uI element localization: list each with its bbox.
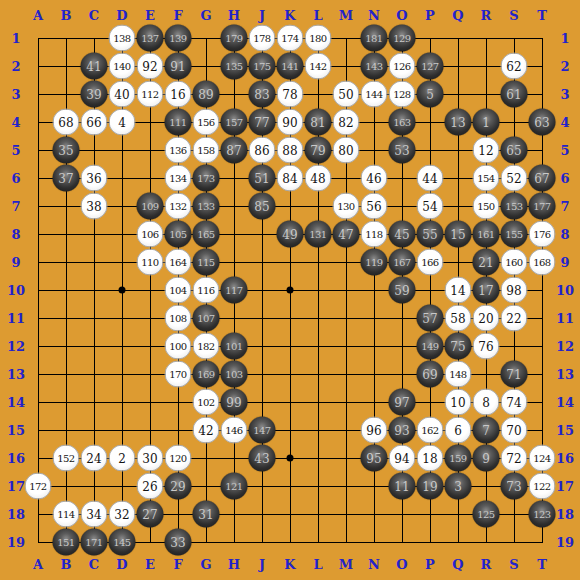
stone-number: 163	[393, 117, 410, 127]
coord-label-col-bottom-M: M	[339, 557, 353, 572]
stone-white-58-Q11: 58	[445, 305, 472, 332]
stone-number: 170	[169, 369, 186, 379]
stone-number: 3	[454, 480, 462, 492]
stone-number: 11	[394, 480, 409, 492]
stone-number: 19	[422, 480, 437, 492]
coord-label-row-right-12: 12	[556, 339, 574, 354]
stone-black-159-Q16: 159	[445, 445, 472, 472]
stone-black-155-S8: 155	[501, 221, 528, 248]
stone-number: 48	[310, 172, 325, 184]
stone-white-154-R6: 154	[473, 165, 500, 192]
stone-white-72-S16: 72	[501, 445, 528, 472]
stone-number: 111	[169, 117, 186, 127]
stone-number: 43	[254, 452, 269, 464]
stone-white-110-E9: 110	[137, 249, 164, 276]
coord-label-row-left-6: 6	[11, 171, 20, 186]
stone-number: 133	[197, 201, 214, 211]
stone-black-1-R4: 1	[473, 109, 500, 136]
stone-black-59-O10: 59	[389, 277, 416, 304]
stone-number: 16	[170, 88, 185, 100]
stone-black-19-P17: 19	[417, 473, 444, 500]
stone-number: 67	[534, 172, 549, 184]
stone-black-67-T6: 67	[529, 165, 556, 192]
stone-white-132-F7: 132	[165, 193, 192, 220]
stone-number: 135	[225, 61, 242, 71]
stone-number: 22	[506, 312, 521, 324]
hoshi-point-D10	[119, 287, 126, 294]
stone-number: 93	[394, 424, 409, 436]
stone-number: 75	[450, 340, 465, 352]
stone-white-20-R11: 20	[473, 305, 500, 332]
stone-number: 50	[338, 88, 353, 100]
stone-number: 12	[478, 144, 493, 156]
coord-label-col-bottom-A: A	[33, 557, 43, 572]
stone-number: 1	[482, 116, 490, 128]
coord-label-row-right-16: 16	[556, 451, 574, 466]
stone-number: 10	[450, 396, 465, 408]
stone-white-174-K1: 174	[277, 25, 304, 52]
stone-white-40-D3: 40	[109, 81, 136, 108]
coord-label-row-right-17: 17	[556, 479, 574, 494]
stone-number: 91	[170, 60, 185, 72]
stone-number: 79	[310, 144, 325, 156]
stone-number: 132	[169, 201, 186, 211]
stone-white-108-F11: 108	[165, 305, 192, 332]
stone-number: 164	[169, 257, 186, 267]
coord-label-col-top-C: C	[89, 8, 99, 23]
stone-black-115-G9: 115	[193, 249, 220, 276]
stone-number: 4	[118, 116, 126, 128]
stone-white-2-D16: 2	[109, 445, 136, 472]
stone-white-82-M4: 82	[333, 109, 360, 136]
stone-white-86-J5: 86	[249, 137, 276, 164]
coord-label-row-left-15: 15	[7, 423, 25, 438]
coord-label-row-right-14: 14	[556, 395, 574, 410]
stone-white-150-R7: 150	[473, 193, 500, 220]
stone-number: 156	[197, 117, 214, 127]
stone-number: 13	[450, 116, 465, 128]
stone-black-57-P11: 57	[417, 305, 444, 332]
coord-label-col-bottom-N: N	[368, 557, 380, 572]
stone-black-29-F17: 29	[165, 473, 192, 500]
stone-number: 157	[225, 117, 242, 127]
stone-black-53-O5: 53	[389, 137, 416, 164]
stone-black-11-O17: 11	[389, 473, 416, 500]
stone-black-111-F4: 111	[165, 109, 192, 136]
stone-black-31-G18: 31	[193, 501, 220, 528]
stone-white-80-M5: 80	[333, 137, 360, 164]
stone-number: 36	[86, 172, 101, 184]
stone-white-34-C18: 34	[81, 501, 108, 528]
stone-number: 61	[506, 88, 521, 100]
stone-number: 47	[338, 228, 353, 240]
coord-label-row-right-9: 9	[560, 255, 569, 270]
stone-black-71-S13: 71	[501, 361, 528, 388]
stone-white-138-D1: 138	[109, 25, 136, 52]
stone-black-55-P8: 55	[417, 221, 444, 248]
stone-black-15-Q8: 15	[445, 221, 472, 248]
stone-black-33-F19: 33	[165, 529, 192, 556]
stone-number: 30	[142, 452, 157, 464]
stone-white-48-L6: 48	[305, 165, 332, 192]
stone-white-182-G12: 182	[193, 333, 220, 360]
stone-number: 5	[426, 88, 434, 100]
coord-label-row-left-9: 9	[11, 255, 20, 270]
stone-number: 112	[141, 89, 158, 99]
stone-black-75-Q12: 75	[445, 333, 472, 360]
stone-black-83-J3: 83	[249, 81, 276, 108]
coord-label-col-bottom-P: P	[425, 557, 435, 572]
coord-label-row-left-12: 12	[7, 339, 25, 354]
stone-white-156-G4: 156	[193, 109, 220, 136]
stone-number: 177	[533, 201, 550, 211]
stone-white-8-R14: 8	[473, 389, 500, 416]
stone-white-92-E2: 92	[137, 53, 164, 80]
stone-white-146-H15: 146	[221, 417, 248, 444]
stone-number: 125	[477, 509, 494, 519]
hoshi-point-K16	[287, 455, 294, 462]
stone-black-41-C2: 41	[81, 53, 108, 80]
stone-black-127-P2: 127	[417, 53, 444, 80]
stone-number: 44	[422, 172, 437, 184]
stone-number: 108	[169, 313, 186, 323]
coord-label-col-bottom-K: K	[284, 557, 295, 572]
stone-black-157-H4: 157	[221, 109, 248, 136]
stone-number: 149	[421, 341, 438, 351]
stone-black-39-C3: 39	[81, 81, 108, 108]
coord-label-col-bottom-H: H	[228, 557, 240, 572]
stone-number: 82	[338, 116, 353, 128]
stone-white-26-E17: 26	[137, 473, 164, 500]
stone-number: 173	[197, 173, 214, 183]
stone-number: 6	[454, 424, 462, 436]
stone-black-95-N16: 95	[361, 445, 388, 472]
stone-black-69-P13: 69	[417, 361, 444, 388]
stone-number: 55	[422, 228, 437, 240]
stone-number: 63	[534, 116, 549, 128]
stone-black-17-R10: 17	[473, 277, 500, 304]
stone-number: 26	[142, 480, 157, 492]
stone-number: 110	[141, 257, 158, 267]
coord-label-row-left-7: 7	[11, 199, 20, 214]
stone-number: 31	[198, 508, 213, 520]
stone-white-180-L1: 180	[305, 25, 332, 52]
stone-black-161-R8: 161	[473, 221, 500, 248]
stone-black-51-J6: 51	[249, 165, 276, 192]
stone-number: 89	[198, 88, 213, 100]
stone-white-38-C7: 38	[81, 193, 108, 220]
stone-number: 122	[533, 481, 550, 491]
stone-white-116-G10: 116	[193, 277, 220, 304]
stone-number: 126	[393, 61, 410, 71]
stone-black-81-L4: 81	[305, 109, 332, 136]
coord-label-col-top-K: K	[284, 8, 295, 23]
stone-number: 96	[366, 424, 381, 436]
stone-number: 77	[254, 116, 269, 128]
stone-number: 174	[281, 33, 298, 43]
coord-label-col-top-D: D	[116, 8, 127, 23]
stone-black-91-F2: 91	[165, 53, 192, 80]
stone-white-78-K3: 78	[277, 81, 304, 108]
coord-label-row-left-2: 2	[11, 59, 20, 74]
stone-white-168-T9: 168	[529, 249, 556, 276]
stone-white-30-E16: 30	[137, 445, 164, 472]
stone-number: 159	[449, 453, 466, 463]
coord-label-row-right-13: 13	[556, 367, 574, 382]
stone-black-7-R15: 7	[473, 417, 500, 444]
stone-number: 176	[533, 229, 550, 239]
stone-white-22-S11: 22	[501, 305, 528, 332]
stone-number: 161	[477, 229, 494, 239]
stone-white-62-S2: 62	[501, 53, 528, 80]
stone-number: 70	[506, 424, 521, 436]
stone-number: 52	[506, 172, 521, 184]
stone-black-61-S3: 61	[501, 81, 528, 108]
stone-white-24-C16: 24	[81, 445, 108, 472]
stone-black-151-B19: 151	[53, 529, 80, 556]
coord-label-row-left-4: 4	[11, 115, 20, 130]
stone-black-139-F1: 139	[165, 25, 192, 52]
coord-label-row-right-18: 18	[556, 507, 574, 522]
stone-black-153-S7: 153	[501, 193, 528, 220]
stone-number: 38	[86, 200, 101, 212]
stone-number: 155	[505, 229, 522, 239]
stone-black-123-T18: 123	[529, 501, 556, 528]
stone-number: 100	[169, 341, 186, 351]
stone-black-107-G11: 107	[193, 305, 220, 332]
stone-number: 141	[281, 61, 298, 71]
stone-white-88-K5: 88	[277, 137, 304, 164]
stone-number: 119	[365, 257, 382, 267]
stone-white-124-T16: 124	[529, 445, 556, 472]
stone-white-118-N8: 118	[361, 221, 388, 248]
coord-label-col-bottom-Q: Q	[452, 557, 463, 572]
stone-number: 99	[226, 396, 241, 408]
stone-number: 178	[253, 33, 270, 43]
stone-white-56-N7: 56	[361, 193, 388, 220]
coord-label-col-bottom-E: E	[145, 557, 155, 572]
coord-label-row-right-4: 4	[560, 115, 569, 130]
stone-white-178-J1: 178	[249, 25, 276, 52]
stone-black-175-J2: 175	[249, 53, 276, 80]
stone-number: 169	[197, 369, 214, 379]
stone-black-73-S17: 73	[501, 473, 528, 500]
stone-black-109-E7: 109	[137, 193, 164, 220]
stone-white-68-B4: 68	[53, 109, 80, 136]
stone-number: 34	[86, 508, 101, 520]
stone-number: 129	[393, 33, 410, 43]
stone-white-100-F12: 100	[165, 333, 192, 360]
stone-black-65-S5: 65	[501, 137, 528, 164]
stone-white-90-K4: 90	[277, 109, 304, 136]
coord-label-col-top-E: E	[145, 8, 155, 23]
coord-label-row-left-19: 19	[7, 535, 25, 550]
stone-number: 137	[141, 33, 158, 43]
stone-number: 180	[309, 33, 326, 43]
stone-number: 167	[393, 257, 410, 267]
stone-white-66-C4: 66	[81, 109, 108, 136]
stone-number: 95	[366, 452, 381, 464]
coord-label-col-bottom-L: L	[313, 557, 322, 572]
coord-label-row-left-3: 3	[11, 87, 20, 102]
stone-number: 134	[169, 173, 186, 183]
stone-number: 166	[421, 257, 438, 267]
stone-number: 114	[57, 509, 74, 519]
stone-black-145-D19: 145	[109, 529, 136, 556]
coord-label-row-right-7: 7	[560, 199, 569, 214]
stone-white-134-F6: 134	[165, 165, 192, 192]
coord-label-row-left-13: 13	[7, 367, 25, 382]
stone-number: 21	[478, 256, 493, 268]
stone-black-173-G6: 173	[193, 165, 220, 192]
stone-number: 57	[422, 312, 437, 324]
stone-number: 42	[198, 424, 213, 436]
stone-black-63-T4: 63	[529, 109, 556, 136]
stone-number: 54	[422, 200, 437, 212]
stone-white-158-G5: 158	[193, 137, 220, 164]
stone-black-179-H1: 179	[221, 25, 248, 52]
stone-white-162-P15: 162	[417, 417, 444, 444]
stone-number: 32	[114, 508, 129, 520]
coord-label-row-left-8: 8	[11, 227, 20, 242]
coord-label-col-bottom-B: B	[61, 557, 72, 572]
go-board[interactable]: AABBCCDDEEFFGGHHJJKKLLMMNNOOPPQQRRSSTT11…	[0, 0, 580, 580]
stone-number: 117	[225, 285, 242, 295]
coord-label-col-top-N: N	[368, 8, 380, 23]
stone-black-119-N9: 119	[361, 249, 388, 276]
stone-white-10-Q14: 10	[445, 389, 472, 416]
coord-label-col-bottom-G: G	[200, 557, 211, 572]
stone-white-42-G15: 42	[193, 417, 220, 444]
coord-label-row-left-11: 11	[7, 311, 25, 326]
coord-label-col-top-L: L	[313, 8, 322, 23]
stone-number: 71	[506, 368, 521, 380]
stone-number: 98	[506, 284, 521, 296]
coord-label-col-top-B: B	[61, 8, 72, 23]
stone-number: 105	[169, 229, 186, 239]
stone-number: 39	[86, 88, 101, 100]
stone-number: 168	[533, 257, 550, 267]
stone-white-166-P9: 166	[417, 249, 444, 276]
stone-number: 116	[197, 285, 214, 295]
coord-label-row-left-10: 10	[7, 283, 25, 298]
stone-number: 158	[197, 145, 214, 155]
stone-number: 121	[225, 481, 242, 491]
stone-black-169-G13: 169	[193, 361, 220, 388]
stone-white-128-O3: 128	[389, 81, 416, 108]
stone-number: 53	[394, 144, 409, 156]
stone-number: 35	[58, 144, 73, 156]
stone-number: 92	[142, 60, 157, 72]
stone-black-85-J7: 85	[249, 193, 276, 220]
stone-white-16-F3: 16	[165, 81, 192, 108]
coord-label-row-right-2: 2	[560, 59, 569, 74]
stone-number: 68	[58, 116, 73, 128]
stone-white-140-D2: 140	[109, 53, 136, 80]
stone-white-120-F16: 120	[165, 445, 192, 472]
stone-black-45-O8: 45	[389, 221, 416, 248]
stone-number: 15	[450, 228, 465, 240]
stone-number: 14	[450, 284, 465, 296]
stone-number: 90	[282, 116, 297, 128]
stone-number: 165	[197, 229, 214, 239]
stone-white-14-Q10: 14	[445, 277, 472, 304]
stone-number: 175	[253, 61, 270, 71]
stone-black-101-H12: 101	[221, 333, 248, 360]
stone-white-148-Q13: 148	[445, 361, 472, 388]
stone-white-152-B16: 152	[53, 445, 80, 472]
stone-number: 171	[85, 537, 102, 547]
stone-number: 27	[142, 508, 157, 520]
coord-label-col-top-Q: Q	[452, 8, 463, 23]
stone-white-172-A17: 172	[25, 473, 52, 500]
stone-white-114-B18: 114	[53, 501, 80, 528]
coord-label-row-right-5: 5	[560, 143, 569, 158]
stone-white-84-K6: 84	[277, 165, 304, 192]
coord-label-col-bottom-C: C	[89, 557, 99, 572]
stone-number: 140	[113, 61, 130, 71]
stone-number: 76	[478, 340, 493, 352]
stone-white-130-M7: 130	[333, 193, 360, 220]
stone-white-52-S6: 52	[501, 165, 528, 192]
stone-number: 104	[169, 285, 186, 295]
coord-label-col-bottom-S: S	[509, 557, 518, 572]
stone-number: 56	[366, 200, 381, 212]
stone-black-165-G8: 165	[193, 221, 220, 248]
stone-number: 18	[422, 452, 437, 464]
stone-black-181-N1: 181	[361, 25, 388, 52]
coord-label-col-top-P: P	[425, 8, 435, 23]
stone-black-105-F8: 105	[165, 221, 192, 248]
stone-black-35-B5: 35	[53, 137, 80, 164]
stone-number: 51	[254, 172, 269, 184]
coord-label-row-left-18: 18	[7, 507, 25, 522]
stone-white-164-F9: 164	[165, 249, 192, 276]
stone-white-6-Q15: 6	[445, 417, 472, 444]
stone-number: 2	[118, 452, 126, 464]
stone-black-13-Q4: 13	[445, 109, 472, 136]
stone-white-32-D18: 32	[109, 501, 136, 528]
stone-number: 151	[57, 537, 74, 547]
stone-white-12-R5: 12	[473, 137, 500, 164]
stone-number: 65	[506, 144, 521, 156]
stone-black-135-H2: 135	[221, 53, 248, 80]
stone-number: 73	[506, 480, 521, 492]
stone-number: 94	[394, 452, 409, 464]
stone-number: 97	[394, 396, 409, 408]
stone-number: 150	[477, 201, 494, 211]
stone-number: 9	[482, 452, 490, 464]
hoshi-point-K10	[287, 287, 294, 294]
stone-number: 24	[86, 452, 101, 464]
stone-black-3-Q17: 3	[445, 473, 472, 500]
stone-black-49-K8: 49	[277, 221, 304, 248]
stone-black-93-O15: 93	[389, 417, 416, 444]
stone-white-112-E3: 112	[137, 81, 164, 108]
coord-label-row-right-11: 11	[556, 311, 574, 326]
stone-number: 162	[421, 425, 438, 435]
stone-number: 142	[309, 61, 326, 71]
stone-number: 59	[394, 284, 409, 296]
stone-number: 45	[394, 228, 409, 240]
coord-label-col-top-O: O	[396, 8, 407, 23]
stone-black-89-G3: 89	[193, 81, 220, 108]
stone-number: 80	[338, 144, 353, 156]
stone-black-43-J16: 43	[249, 445, 276, 472]
stone-number: 69	[422, 368, 437, 380]
stone-number: 86	[254, 144, 269, 156]
stone-number: 146	[225, 425, 242, 435]
